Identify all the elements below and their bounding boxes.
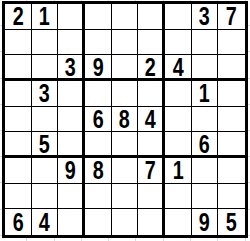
given-digit: 4 [145,107,156,132]
cell-r2c2[interactable] [32,30,59,56]
cell-r1c5[interactable] [112,4,139,30]
cell-r8c4[interactable] [85,184,112,210]
given-digit: 3 [39,81,50,106]
given-digit: 9 [65,158,76,183]
given-digit: 1 [199,81,210,106]
cell-r4c2: 3 [32,81,59,107]
given-digit: 3 [199,4,210,29]
given-digit: 6 [199,132,210,156]
cell-r1c7[interactable] [165,4,192,30]
cell-r1c4[interactable] [85,4,112,30]
given-digit: 5 [39,132,50,156]
given-digit: 1 [39,4,50,29]
given-digit: 4 [39,209,50,235]
cell-r5c1[interactable] [5,107,32,133]
cell-r9c9: 5 [218,209,245,235]
sudoku-board: 21373924316845698716495 [2,1,248,238]
cell-r4c1[interactable] [5,81,32,107]
cell-r5c8[interactable] [192,107,219,133]
cell-r5c9[interactable] [218,107,245,133]
cell-r9c7[interactable] [165,209,192,235]
cell-r7c8[interactable] [192,158,219,184]
cell-r2c1[interactable] [5,30,32,56]
given-digit: 3 [65,55,76,79]
sudoku-screenshot: 21373924316845698716495 [0,0,250,241]
cell-r8c9[interactable] [218,184,245,210]
cell-r7c5[interactable] [112,158,139,184]
cell-r1c1: 2 [5,4,32,30]
cell-r7c6: 7 [138,158,165,184]
cell-r7c9[interactable] [218,158,245,184]
cell-r5c5: 8 [112,107,139,133]
given-digit: 7 [226,4,237,29]
cell-r5c2[interactable] [32,107,59,133]
cell-r9c3[interactable] [58,209,85,235]
cell-r6c2: 5 [32,132,59,158]
cell-r3c5[interactable] [112,55,139,81]
cell-r3c4: 9 [85,55,112,81]
cell-r6c8: 6 [192,132,219,158]
cell-r8c1[interactable] [5,184,32,210]
cell-r8c3[interactable] [58,184,85,210]
cell-r6c3[interactable] [58,132,85,158]
cell-r3c8[interactable] [192,55,219,81]
cell-r3c9[interactable] [218,55,245,81]
cell-r5c4: 6 [85,107,112,133]
cell-r2c7[interactable] [165,30,192,56]
cell-r8c7[interactable] [165,184,192,210]
cell-r4c5[interactable] [112,81,139,107]
cell-r7c2[interactable] [32,158,59,184]
cell-r4c6[interactable] [138,81,165,107]
cell-r2c9[interactable] [218,30,245,56]
cell-r1c2: 1 [32,4,59,30]
cell-r7c3: 9 [58,158,85,184]
cell-r7c7: 1 [165,158,192,184]
cell-r3c6: 2 [138,55,165,81]
cell-r6c5[interactable] [112,132,139,158]
cell-r9c5[interactable] [112,209,139,235]
cell-r1c9: 7 [218,4,245,30]
cell-r5c7[interactable] [165,107,192,133]
given-digit: 1 [172,158,183,183]
cell-r2c8[interactable] [192,30,219,56]
cell-r6c4[interactable] [85,132,112,158]
cell-r9c6[interactable] [138,209,165,235]
cell-r5c6: 4 [138,107,165,133]
cell-r6c1[interactable] [5,132,32,158]
given-digit: 6 [92,107,103,132]
given-digit: 8 [119,107,130,132]
cell-r4c4[interactable] [85,81,112,107]
cell-r4c8: 1 [192,81,219,107]
cell-r4c9[interactable] [218,81,245,107]
cell-r2c6[interactable] [138,30,165,56]
cell-r1c6[interactable] [138,4,165,30]
cell-r6c7[interactable] [165,132,192,158]
given-digit: 5 [226,209,237,235]
cell-r5c3[interactable] [58,107,85,133]
given-digit: 8 [92,158,103,183]
given-digit: 6 [12,209,23,235]
given-digit: 2 [145,55,156,79]
cell-r3c7: 4 [165,55,192,81]
cell-r8c2[interactable] [32,184,59,210]
cell-r3c2[interactable] [32,55,59,81]
cell-r1c3[interactable] [58,4,85,30]
cell-r7c4: 8 [85,158,112,184]
given-digit: 2 [12,4,23,29]
cell-r2c4[interactable] [85,30,112,56]
cell-r3c3: 3 [58,55,85,81]
cell-r2c5[interactable] [112,30,139,56]
cell-r6c6[interactable] [138,132,165,158]
cell-r8c6[interactable] [138,184,165,210]
cell-r8c5[interactable] [112,184,139,210]
given-digit: 9 [92,55,103,79]
cell-r9c2: 4 [32,209,59,235]
cell-r1c8: 3 [192,4,219,30]
cell-r4c3[interactable] [58,81,85,107]
cell-r2c3[interactable] [58,30,85,56]
cell-r8c8[interactable] [192,184,219,210]
given-digit: 4 [172,55,183,79]
cell-r9c8: 9 [192,209,219,235]
cell-r4c7[interactable] [165,81,192,107]
cell-r9c1: 6 [5,209,32,235]
given-digit: 7 [145,158,156,183]
given-digit: 9 [199,209,210,235]
cell-r3c1[interactable] [5,55,32,81]
cell-r6c9[interactable] [218,132,245,158]
cell-r9c4[interactable] [85,209,112,235]
cell-r7c1[interactable] [5,158,32,184]
